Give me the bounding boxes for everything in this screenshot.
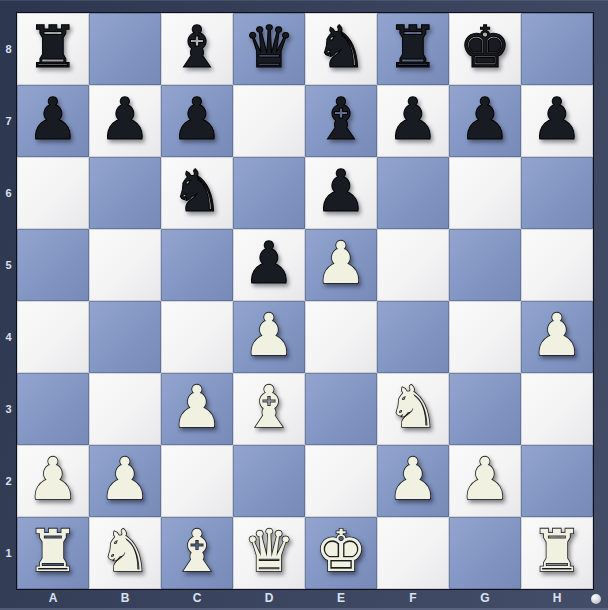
square-g4[interactable] xyxy=(449,301,521,373)
square-g2[interactable]: ♟ xyxy=(449,445,521,517)
file-label-g: G xyxy=(449,589,521,610)
square-g5[interactable] xyxy=(449,229,521,301)
board-frame: 87654321 ♜♝♛♞♜♚♟♟♟♝♟♟♟♞♟♟♟♟♟♟♝♞♟♟♟♟♜♞♝♛♚… xyxy=(0,0,608,610)
white-pawn: ♟ xyxy=(315,234,367,292)
square-e3[interactable] xyxy=(305,373,377,445)
square-d1[interactable]: ♛ xyxy=(233,517,305,589)
rank-labels: 87654321 xyxy=(0,13,17,589)
rank-label-5: 5 xyxy=(0,229,17,301)
black-pawn: ♟ xyxy=(531,90,583,148)
file-label-a: A xyxy=(17,589,89,610)
square-h1[interactable]: ♜ xyxy=(521,517,593,589)
black-pawn: ♟ xyxy=(171,90,223,148)
square-d4[interactable]: ♟ xyxy=(233,301,305,373)
rank-label-6: 6 xyxy=(0,157,17,229)
square-f3[interactable]: ♞ xyxy=(377,373,449,445)
white-pawn: ♟ xyxy=(27,450,79,508)
square-h5[interactable] xyxy=(521,229,593,301)
chess-board: ♜♝♛♞♜♚♟♟♟♝♟♟♟♞♟♟♟♟♟♟♝♞♟♟♟♟♜♞♝♛♚♜ xyxy=(17,13,593,589)
square-c7[interactable]: ♟ xyxy=(161,85,233,157)
square-a1[interactable]: ♜ xyxy=(17,517,89,589)
black-pawn: ♟ xyxy=(459,90,511,148)
black-pawn: ♟ xyxy=(387,90,439,148)
square-d7[interactable] xyxy=(233,85,305,157)
white-knight: ♞ xyxy=(99,522,151,580)
white-king: ♚ xyxy=(315,522,367,580)
square-g8[interactable]: ♚ xyxy=(449,13,521,85)
black-bishop: ♝ xyxy=(171,18,223,76)
rank-label-4: 4 xyxy=(0,301,17,373)
rank-label-1: 1 xyxy=(0,517,17,589)
square-d3[interactable]: ♝ xyxy=(233,373,305,445)
square-e7[interactable]: ♝ xyxy=(305,85,377,157)
black-pawn: ♟ xyxy=(315,162,367,220)
file-label-c: C xyxy=(161,589,233,610)
square-h6[interactable] xyxy=(521,157,593,229)
square-f8[interactable]: ♜ xyxy=(377,13,449,85)
square-e1[interactable]: ♚ xyxy=(305,517,377,589)
white-rook: ♜ xyxy=(27,522,79,580)
square-b5[interactable] xyxy=(89,229,161,301)
square-e6[interactable]: ♟ xyxy=(305,157,377,229)
white-pawn: ♟ xyxy=(171,378,223,436)
square-b4[interactable] xyxy=(89,301,161,373)
rank-label-2: 2 xyxy=(0,445,17,517)
black-rook: ♜ xyxy=(387,18,439,76)
square-b7[interactable]: ♟ xyxy=(89,85,161,157)
square-f5[interactable] xyxy=(377,229,449,301)
square-g6[interactable] xyxy=(449,157,521,229)
black-bishop: ♝ xyxy=(315,90,367,148)
square-b3[interactable] xyxy=(89,373,161,445)
file-labels: ABCDEFGH xyxy=(17,589,593,610)
square-d8[interactable]: ♛ xyxy=(233,13,305,85)
square-e2[interactable] xyxy=(305,445,377,517)
rank-label-7: 7 xyxy=(0,85,17,157)
square-c8[interactable]: ♝ xyxy=(161,13,233,85)
black-knight: ♞ xyxy=(315,18,367,76)
white-to-move-indicator xyxy=(591,594,601,604)
square-c4[interactable] xyxy=(161,301,233,373)
square-b1[interactable]: ♞ xyxy=(89,517,161,589)
black-pawn: ♟ xyxy=(99,90,151,148)
square-b2[interactable]: ♟ xyxy=(89,445,161,517)
white-pawn: ♟ xyxy=(531,306,583,364)
square-c6[interactable]: ♞ xyxy=(161,157,233,229)
white-pawn: ♟ xyxy=(459,450,511,508)
square-e5[interactable]: ♟ xyxy=(305,229,377,301)
square-g1[interactable] xyxy=(449,517,521,589)
square-d5[interactable]: ♟ xyxy=(233,229,305,301)
square-g3[interactable] xyxy=(449,373,521,445)
file-label-h: H xyxy=(521,589,593,610)
square-g7[interactable]: ♟ xyxy=(449,85,521,157)
square-c3[interactable]: ♟ xyxy=(161,373,233,445)
square-a4[interactable] xyxy=(17,301,89,373)
white-rook: ♜ xyxy=(531,522,583,580)
black-pawn: ♟ xyxy=(243,234,295,292)
square-b6[interactable] xyxy=(89,157,161,229)
file-label-f: F xyxy=(377,589,449,610)
white-bishop: ♝ xyxy=(171,522,223,580)
square-e8[interactable]: ♞ xyxy=(305,13,377,85)
white-knight: ♞ xyxy=(387,378,439,436)
file-label-b: B xyxy=(89,589,161,610)
square-h4[interactable]: ♟ xyxy=(521,301,593,373)
black-knight: ♞ xyxy=(171,162,223,220)
square-f6[interactable] xyxy=(377,157,449,229)
square-c1[interactable]: ♝ xyxy=(161,517,233,589)
square-h8[interactable] xyxy=(521,13,593,85)
square-a3[interactable] xyxy=(17,373,89,445)
square-h3[interactable] xyxy=(521,373,593,445)
black-pawn: ♟ xyxy=(27,90,79,148)
white-queen: ♛ xyxy=(243,522,295,580)
square-d6[interactable] xyxy=(233,157,305,229)
black-queen: ♛ xyxy=(243,18,295,76)
square-e4[interactable] xyxy=(305,301,377,373)
square-c2[interactable] xyxy=(161,445,233,517)
square-a5[interactable] xyxy=(17,229,89,301)
square-c5[interactable] xyxy=(161,229,233,301)
white-pawn: ♟ xyxy=(243,306,295,364)
file-label-d: D xyxy=(233,589,305,610)
black-king: ♚ xyxy=(459,18,511,76)
white-bishop: ♝ xyxy=(243,378,295,436)
file-label-e: E xyxy=(305,589,377,610)
square-d2[interactable] xyxy=(233,445,305,517)
black-rook: ♜ xyxy=(27,18,79,76)
square-a6[interactable] xyxy=(17,157,89,229)
square-b8[interactable] xyxy=(89,13,161,85)
rank-label-8: 8 xyxy=(0,13,17,85)
square-a2[interactable]: ♟ xyxy=(17,445,89,517)
square-h7[interactable]: ♟ xyxy=(521,85,593,157)
square-a8[interactable]: ♜ xyxy=(17,13,89,85)
square-h2[interactable] xyxy=(521,445,593,517)
square-f4[interactable] xyxy=(377,301,449,373)
white-pawn: ♟ xyxy=(99,450,151,508)
square-f7[interactable]: ♟ xyxy=(377,85,449,157)
square-f1[interactable] xyxy=(377,517,449,589)
white-pawn: ♟ xyxy=(387,450,439,508)
square-f2[interactable]: ♟ xyxy=(377,445,449,517)
square-a7[interactable]: ♟ xyxy=(17,85,89,157)
rank-label-3: 3 xyxy=(0,373,17,445)
